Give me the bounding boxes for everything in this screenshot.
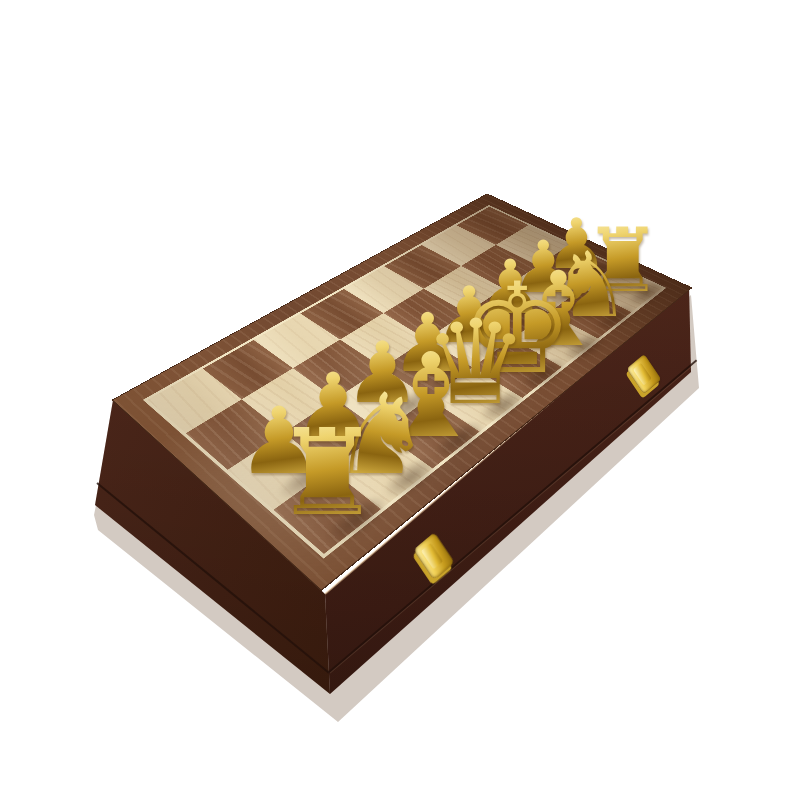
- rook-glyph: ♜: [274, 404, 381, 542]
- chess-set-product-photo: Closed folding wooden chess box photogra…: [0, 0, 800, 800]
- scene-caption: Closed folding wooden chess box photogra…: [0, 0, 1, 1]
- piece-gold-rook-a1[interactable]: ♜: [274, 414, 381, 533]
